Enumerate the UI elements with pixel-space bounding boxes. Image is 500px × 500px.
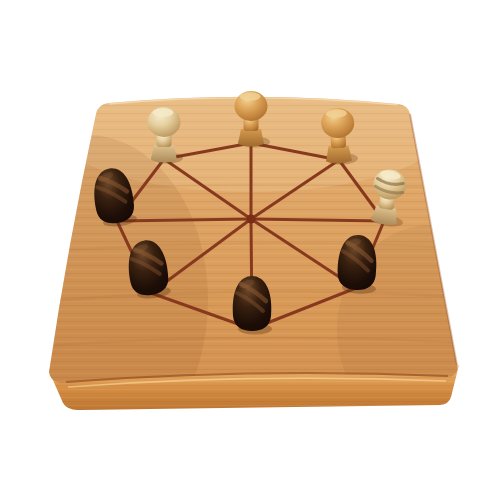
spoke-line-W (117, 219, 251, 221)
point-SW[interactable] (135, 277, 167, 309)
board-photo-svg (0, 0, 500, 500)
point-SE[interactable] (340, 272, 372, 304)
point-N[interactable] (235, 127, 267, 159)
board-photo (0, 0, 500, 500)
point-W[interactable] (101, 205, 133, 237)
spoke-line-E (251, 219, 384, 221)
point-putahi[interactable] (239, 207, 263, 231)
point-S[interactable] (236, 313, 268, 345)
point-NW[interactable] (148, 143, 180, 175)
point-NE[interactable] (323, 144, 355, 176)
peg-head-top (153, 108, 174, 116)
point-E[interactable] (368, 205, 400, 237)
peg-head-top (240, 92, 261, 100)
